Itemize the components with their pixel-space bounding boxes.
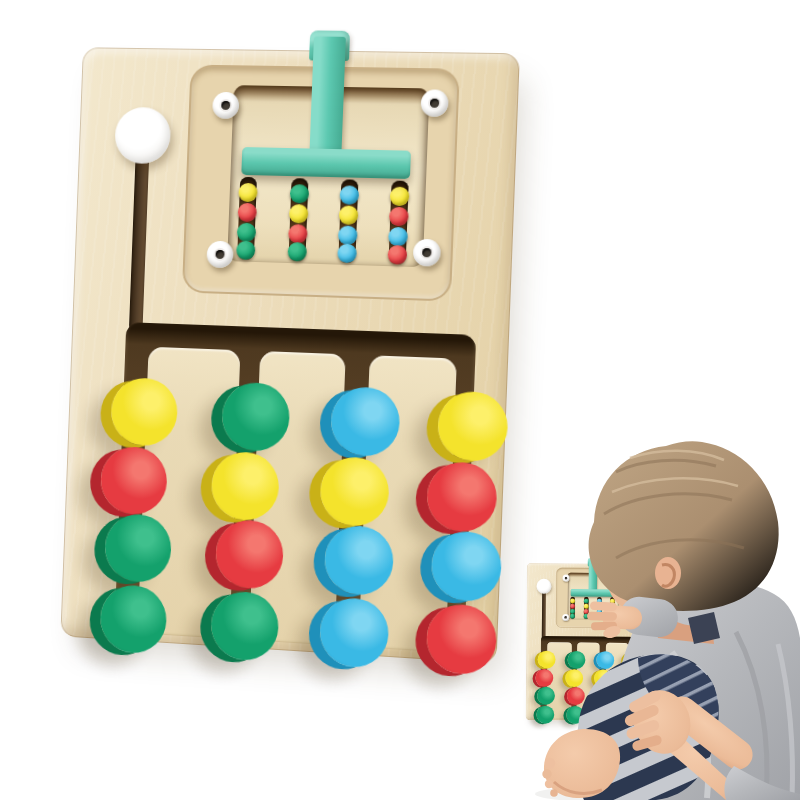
photo-background (0, 0, 800, 800)
toe (550, 789, 558, 797)
screw-icon (206, 240, 234, 268)
bead-yellow (288, 204, 308, 224)
white-slide-knob[interactable] (114, 107, 171, 164)
toe (545, 758, 555, 768)
child-hair (589, 441, 779, 611)
screw-icon (420, 89, 448, 117)
bead-blue (337, 243, 357, 263)
screw-hole (215, 250, 224, 259)
disc-red[interactable] (425, 603, 497, 676)
toe (542, 769, 551, 778)
bead-red (387, 244, 407, 264)
bead-green (236, 222, 255, 241)
screw-hole (422, 248, 431, 257)
bead-red (288, 224, 308, 244)
bead-green (289, 184, 309, 203)
bead-blue (337, 225, 357, 245)
bead-green (236, 240, 255, 259)
bead-green (287, 242, 307, 262)
bead-yellow (238, 182, 257, 201)
t-slider-crossbar[interactable] (241, 147, 411, 179)
main-board (60, 47, 520, 664)
bead-blue (388, 226, 408, 246)
screw-hole (221, 101, 230, 110)
screw-icon (412, 238, 440, 266)
child-photo (520, 430, 800, 800)
finger (590, 601, 617, 611)
bead-red (388, 206, 408, 226)
toe (545, 780, 553, 788)
finger (587, 612, 617, 621)
bead-yellow (338, 205, 358, 225)
bead-red (237, 202, 256, 221)
t-slider-stem[interactable] (309, 36, 345, 154)
screw-icon (212, 91, 240, 118)
bead-blue (339, 185, 359, 205)
knob-track (129, 149, 150, 333)
screw-hole (430, 99, 439, 108)
bead-yellow (389, 186, 409, 206)
